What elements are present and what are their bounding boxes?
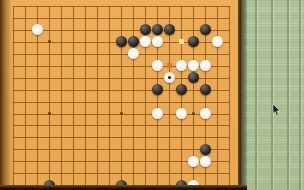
- black-stone: [116, 36, 127, 47]
- black-stone: [152, 24, 163, 35]
- star-point: [120, 112, 123, 115]
- black-stone: [152, 84, 163, 95]
- white-stone: [152, 60, 163, 71]
- black-stone: [200, 84, 211, 95]
- white-stone: [188, 60, 199, 71]
- board-left-edge-shadow: [0, 0, 12, 190]
- black-stone: [140, 24, 151, 35]
- white-stone: [212, 36, 223, 47]
- white-stone: [176, 60, 187, 71]
- black-stone: [200, 24, 211, 35]
- black-stone: [188, 36, 199, 47]
- last-move-dot: [168, 76, 171, 79]
- mouse-cursor: [272, 104, 281, 117]
- star-point: [48, 112, 51, 115]
- board-bottom-bar: [0, 185, 247, 190]
- black-stone: [200, 144, 211, 155]
- capture-marker: [167, 63, 172, 68]
- board-drop-shadow: [241, 0, 247, 190]
- white-stone: [176, 108, 187, 119]
- black-stone: [188, 72, 199, 83]
- tatami-background: [244, 0, 304, 190]
- white-stone: [32, 24, 43, 35]
- star-point: [192, 112, 195, 115]
- white-stone: [200, 108, 211, 119]
- go-app-screen: [0, 0, 304, 190]
- capture-marker: [179, 39, 184, 44]
- white-stone: [152, 108, 163, 119]
- white-stone: [188, 156, 199, 167]
- white-stone: [152, 36, 163, 47]
- black-stone: [164, 24, 175, 35]
- white-stone: [200, 156, 211, 167]
- white-stone: [128, 48, 139, 59]
- go-board[interactable]: [0, 0, 238, 190]
- white-stone: [140, 36, 151, 47]
- black-stone: [176, 84, 187, 95]
- white-stone: [200, 60, 211, 71]
- black-stone: [128, 36, 139, 47]
